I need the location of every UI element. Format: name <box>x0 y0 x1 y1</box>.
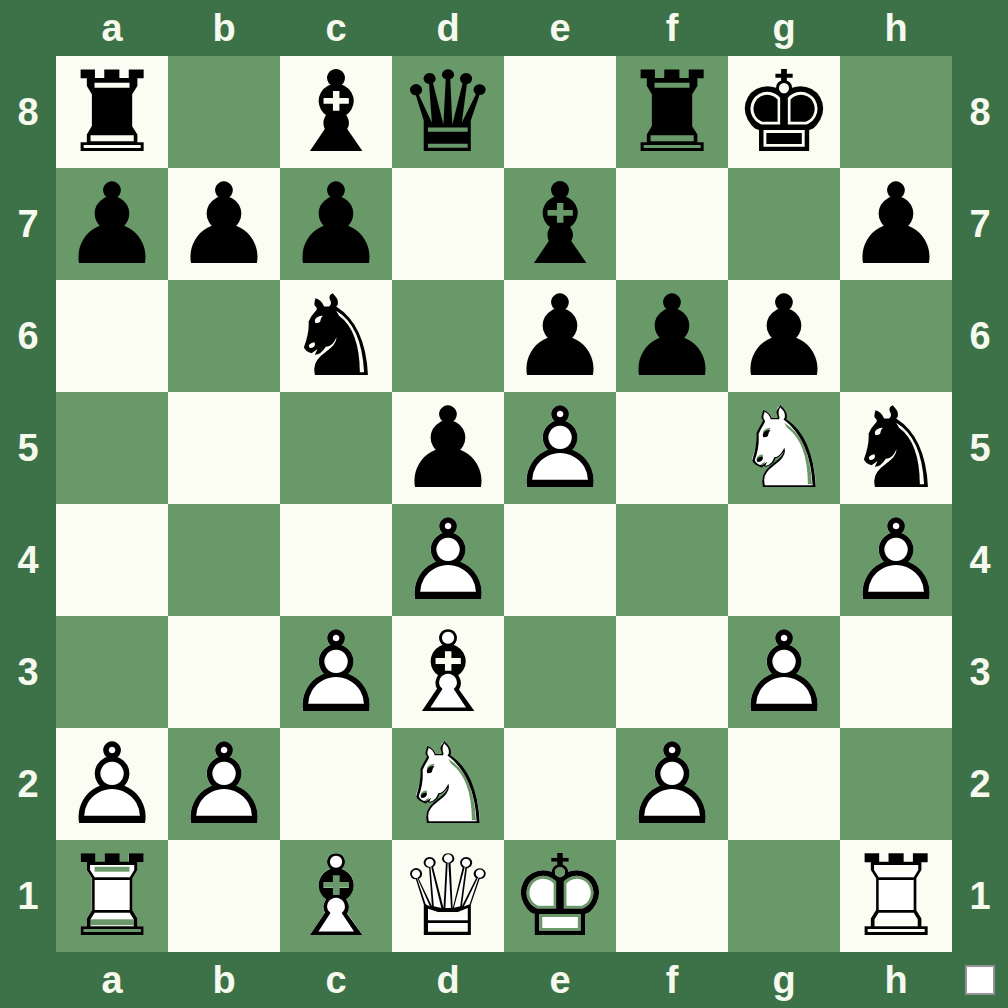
rank-label-right-4: 4 <box>952 504 1008 616</box>
file-label-top-c: c <box>280 0 392 56</box>
piece-white-bishop[interactable]: ♝ <box>280 840 392 952</box>
square-a8[interactable]: ♜ <box>56 56 168 168</box>
piece-black-pawn[interactable]: ♟ <box>728 280 840 392</box>
file-label-bottom-f: f <box>616 952 728 1008</box>
square-d6[interactable] <box>392 280 504 392</box>
piece-black-pawn[interactable]: ♟ <box>616 280 728 392</box>
file-label-bottom-e: e <box>504 952 616 1008</box>
piece-white-king[interactable]: ♚ <box>504 840 616 952</box>
white-to-move-indicator <box>965 965 995 995</box>
square-a7[interactable]: ♟ <box>56 168 168 280</box>
square-c4[interactable] <box>280 504 392 616</box>
rank-label-left-2: 2 <box>0 728 56 840</box>
square-f7[interactable] <box>616 168 728 280</box>
square-e2[interactable] <box>504 728 616 840</box>
piece-black-bishop[interactable]: ♝ <box>504 168 616 280</box>
piece-white-pawn[interactable]: ♟ <box>392 504 504 616</box>
square-e8[interactable] <box>504 56 616 168</box>
piece-white-pawn[interactable]: ♟ <box>168 728 280 840</box>
board-corner-top-left <box>0 0 56 56</box>
piece-white-pawn[interactable]: ♟ <box>840 504 952 616</box>
file-label-bottom-g: g <box>728 952 840 1008</box>
square-g4[interactable] <box>728 504 840 616</box>
square-f4[interactable] <box>616 504 728 616</box>
file-label-top-e: e <box>504 0 616 56</box>
square-b3[interactable] <box>168 616 280 728</box>
piece-white-pawn-outline: ♙ <box>728 616 840 728</box>
square-f5[interactable] <box>616 392 728 504</box>
square-d4[interactable]: ♟♙ <box>392 504 504 616</box>
piece-white-knight-outline: ♘ <box>728 392 840 504</box>
square-f8[interactable]: ♜ <box>616 56 728 168</box>
file-label-top-f: f <box>616 0 728 56</box>
piece-black-pawn[interactable]: ♟ <box>840 168 952 280</box>
piece-white-king-outline: ♔ <box>504 840 616 952</box>
square-e4[interactable] <box>504 504 616 616</box>
piece-black-rook[interactable]: ♜ <box>616 56 728 168</box>
square-c2[interactable] <box>280 728 392 840</box>
square-b5[interactable] <box>168 392 280 504</box>
square-e7[interactable]: ♝ <box>504 168 616 280</box>
rank-label-left-1: 1 <box>0 840 56 952</box>
rank-label-left-7: 7 <box>0 168 56 280</box>
square-a4[interactable] <box>56 504 168 616</box>
square-c1[interactable]: ♝♗ <box>280 840 392 952</box>
rank-label-left-4: 4 <box>0 504 56 616</box>
square-h4[interactable]: ♟♙ <box>840 504 952 616</box>
piece-black-rook[interactable]: ♜ <box>56 56 168 168</box>
square-e3[interactable] <box>504 616 616 728</box>
file-label-top-h: h <box>840 0 952 56</box>
rank-label-right-2: 2 <box>952 728 1008 840</box>
piece-white-rook[interactable]: ♜ <box>840 840 952 952</box>
square-g7[interactable] <box>728 168 840 280</box>
piece-black-pawn[interactable]: ♟ <box>504 280 616 392</box>
piece-white-pawn[interactable]: ♟ <box>280 616 392 728</box>
board-corner-top-right <box>952 0 1008 56</box>
square-a2[interactable]: ♟♙ <box>56 728 168 840</box>
square-a3[interactable] <box>56 616 168 728</box>
file-label-top-a: a <box>56 0 168 56</box>
piece-white-queen-outline: ♕ <box>392 840 504 952</box>
piece-white-knight-outline: ♘ <box>392 728 504 840</box>
square-b2[interactable]: ♟♙ <box>168 728 280 840</box>
rank-label-left-8: 8 <box>0 56 56 168</box>
rank-label-left-5: 5 <box>0 392 56 504</box>
square-c3[interactable]: ♟♙ <box>280 616 392 728</box>
square-c7[interactable]: ♟ <box>280 168 392 280</box>
piece-black-bishop[interactable]: ♝ <box>280 56 392 168</box>
piece-white-bishop[interactable]: ♝ <box>392 616 504 728</box>
rank-label-right-6: 6 <box>952 280 1008 392</box>
board-corner-bottom-right <box>952 952 1008 1008</box>
piece-white-bishop-outline: ♗ <box>392 616 504 728</box>
piece-black-knight[interactable]: ♞ <box>280 280 392 392</box>
piece-white-pawn-outline: ♙ <box>56 728 168 840</box>
file-label-bottom-c: c <box>280 952 392 1008</box>
rank-label-left-6: 6 <box>0 280 56 392</box>
piece-black-queen[interactable]: ♛ <box>392 56 504 168</box>
square-e1[interactable]: ♚♔ <box>504 840 616 952</box>
piece-white-rook-outline: ♖ <box>840 840 952 952</box>
piece-white-pawn[interactable]: ♟ <box>504 392 616 504</box>
square-b6[interactable] <box>168 280 280 392</box>
square-a5[interactable] <box>56 392 168 504</box>
square-d2[interactable]: ♞♘ <box>392 728 504 840</box>
piece-white-rook[interactable]: ♜ <box>56 840 168 952</box>
file-label-top-b: b <box>168 0 280 56</box>
rank-label-right-3: 3 <box>952 616 1008 728</box>
piece-white-pawn[interactable]: ♟ <box>616 728 728 840</box>
piece-white-pawn-outline: ♙ <box>168 728 280 840</box>
square-d7[interactable] <box>392 168 504 280</box>
square-h3[interactable] <box>840 616 952 728</box>
file-label-top-d: d <box>392 0 504 56</box>
piece-white-knight[interactable]: ♞ <box>728 392 840 504</box>
rank-label-right-8: 8 <box>952 56 1008 168</box>
square-h7[interactable]: ♟ <box>840 168 952 280</box>
square-a6[interactable] <box>56 280 168 392</box>
chess-board: abcdefgh8♜♝♛♜♚87♟♟♟♝♟76♞♟♟♟65♟♟♙♞♘♞54♟♙♟… <box>0 0 1008 1008</box>
piece-white-pawn-outline: ♙ <box>504 392 616 504</box>
piece-white-pawn-outline: ♙ <box>840 504 952 616</box>
square-c8[interactable]: ♝ <box>280 56 392 168</box>
square-a1[interactable]: ♜♖ <box>56 840 168 952</box>
piece-white-queen[interactable]: ♛ <box>392 840 504 952</box>
square-e5[interactable]: ♟♙ <box>504 392 616 504</box>
rank-label-left-3: 3 <box>0 616 56 728</box>
square-f3[interactable] <box>616 616 728 728</box>
piece-white-pawn[interactable]: ♟ <box>56 728 168 840</box>
piece-black-pawn[interactable]: ♟ <box>280 168 392 280</box>
piece-black-pawn[interactable]: ♟ <box>392 392 504 504</box>
file-label-top-g: g <box>728 0 840 56</box>
piece-black-pawn[interactable]: ♟ <box>56 168 168 280</box>
square-f2[interactable]: ♟♙ <box>616 728 728 840</box>
board-corner-bottom-left <box>0 952 56 1008</box>
file-label-bottom-b: b <box>168 952 280 1008</box>
square-g1[interactable] <box>728 840 840 952</box>
square-g3[interactable]: ♟♙ <box>728 616 840 728</box>
square-h1[interactable]: ♜♖ <box>840 840 952 952</box>
square-g6[interactable]: ♟ <box>728 280 840 392</box>
piece-white-knight[interactable]: ♞ <box>392 728 504 840</box>
piece-black-knight[interactable]: ♞ <box>840 392 952 504</box>
rank-label-right-7: 7 <box>952 168 1008 280</box>
file-label-bottom-h: h <box>840 952 952 1008</box>
square-b1[interactable] <box>168 840 280 952</box>
square-d8[interactable]: ♛ <box>392 56 504 168</box>
piece-white-rook-outline: ♖ <box>56 840 168 952</box>
square-c5[interactable] <box>280 392 392 504</box>
square-h5[interactable]: ♞ <box>840 392 952 504</box>
piece-white-pawn-outline: ♙ <box>280 616 392 728</box>
square-c6[interactable]: ♞ <box>280 280 392 392</box>
file-label-bottom-a: a <box>56 952 168 1008</box>
square-d3[interactable]: ♝♗ <box>392 616 504 728</box>
piece-white-pawn[interactable]: ♟ <box>728 616 840 728</box>
rank-label-right-5: 5 <box>952 392 1008 504</box>
piece-white-bishop-outline: ♗ <box>280 840 392 952</box>
square-d1[interactable]: ♛♕ <box>392 840 504 952</box>
piece-black-king[interactable]: ♚ <box>728 56 840 168</box>
square-b8[interactable] <box>168 56 280 168</box>
square-f1[interactable] <box>616 840 728 952</box>
square-g5[interactable]: ♞♘ <box>728 392 840 504</box>
square-d5[interactable]: ♟ <box>392 392 504 504</box>
square-b4[interactable] <box>168 504 280 616</box>
square-e6[interactable]: ♟ <box>504 280 616 392</box>
piece-black-pawn[interactable]: ♟ <box>168 168 280 280</box>
square-b7[interactable]: ♟ <box>168 168 280 280</box>
square-h8[interactable] <box>840 56 952 168</box>
square-g8[interactable]: ♚ <box>728 56 840 168</box>
file-label-bottom-d: d <box>392 952 504 1008</box>
square-g2[interactable] <box>728 728 840 840</box>
piece-white-pawn-outline: ♙ <box>392 504 504 616</box>
piece-white-pawn-outline: ♙ <box>616 728 728 840</box>
rank-label-right-1: 1 <box>952 840 1008 952</box>
square-h2[interactable] <box>840 728 952 840</box>
square-f6[interactable]: ♟ <box>616 280 728 392</box>
square-h6[interactable] <box>840 280 952 392</box>
